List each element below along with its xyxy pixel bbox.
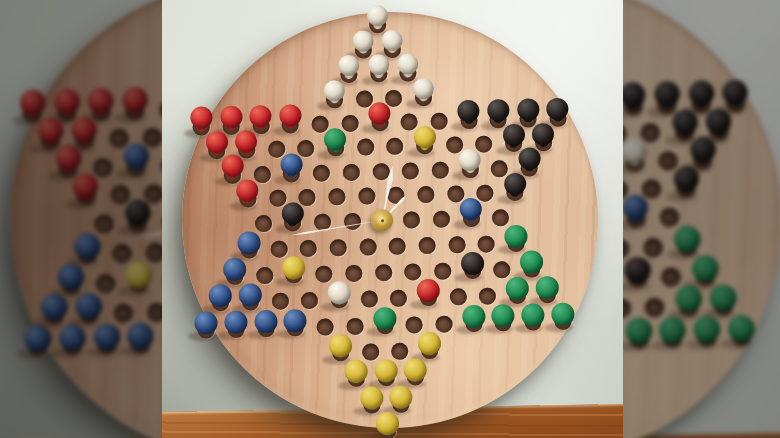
hole bbox=[658, 151, 678, 171]
hole[interactable] bbox=[358, 187, 375, 204]
chinese-checkers-board bbox=[10, 0, 162, 438]
hole[interactable] bbox=[430, 112, 447, 129]
peg-shadow bbox=[497, 194, 524, 204]
hole[interactable] bbox=[492, 209, 509, 226]
hole[interactable] bbox=[435, 315, 452, 332]
peg-ball bbox=[502, 123, 525, 146]
hole[interactable] bbox=[406, 316, 423, 333]
hole bbox=[144, 184, 162, 204]
hole[interactable] bbox=[313, 164, 330, 181]
peg-ball bbox=[254, 309, 278, 333]
peg-ball bbox=[625, 317, 652, 344]
peg-ball bbox=[323, 80, 345, 102]
hole[interactable] bbox=[493, 261, 510, 278]
peg-shadow bbox=[361, 76, 387, 86]
hole[interactable] bbox=[297, 140, 314, 157]
hole[interactable] bbox=[389, 237, 406, 254]
peg-shadow bbox=[317, 101, 343, 111]
peg-ball bbox=[551, 302, 575, 326]
hole bbox=[109, 129, 129, 149]
hole[interactable] bbox=[447, 185, 464, 202]
hole bbox=[147, 303, 162, 323]
hole[interactable] bbox=[491, 160, 508, 177]
hole[interactable] bbox=[475, 136, 492, 153]
peg-ball bbox=[352, 30, 374, 52]
hole[interactable] bbox=[372, 163, 389, 180]
peg-ball bbox=[462, 304, 486, 328]
hole[interactable] bbox=[477, 185, 494, 202]
peg-shadow bbox=[274, 175, 301, 185]
hole[interactable] bbox=[403, 211, 420, 228]
hole[interactable] bbox=[402, 162, 419, 179]
peg-ball bbox=[360, 386, 384, 410]
blurred-scene-copy bbox=[0, 0, 162, 438]
hole[interactable] bbox=[385, 89, 402, 106]
hole[interactable] bbox=[449, 289, 466, 306]
hole[interactable] bbox=[316, 318, 333, 335]
peg-ball bbox=[74, 233, 101, 260]
hole[interactable] bbox=[478, 235, 495, 252]
hole[interactable] bbox=[346, 317, 363, 334]
hole bbox=[92, 158, 112, 178]
peg-shadow bbox=[116, 169, 147, 180]
peg-ball bbox=[282, 256, 306, 280]
hole[interactable] bbox=[391, 343, 408, 360]
hole[interactable] bbox=[269, 190, 286, 207]
hole[interactable] bbox=[312, 115, 329, 132]
photo-scene bbox=[162, 0, 623, 438]
blurred-scene-slot-left bbox=[0, 0, 162, 438]
hole[interactable] bbox=[315, 266, 332, 283]
hole[interactable] bbox=[300, 240, 317, 257]
hole[interactable] bbox=[357, 139, 374, 156]
hole bbox=[146, 243, 162, 263]
peg-shadow bbox=[666, 191, 697, 202]
peg-hole-grid bbox=[5, 0, 162, 438]
peg-ball bbox=[460, 252, 484, 276]
hole[interactable] bbox=[401, 113, 418, 130]
peg-ball bbox=[221, 155, 244, 178]
hole[interactable] bbox=[446, 136, 463, 153]
peg-shadow bbox=[452, 171, 479, 181]
peg-shadow bbox=[362, 124, 389, 134]
peg-ball bbox=[623, 257, 650, 284]
peg-ball bbox=[367, 54, 389, 76]
hole[interactable] bbox=[271, 293, 288, 310]
peg-shadow bbox=[117, 225, 148, 236]
hole bbox=[661, 267, 681, 287]
hole[interactable] bbox=[256, 267, 273, 284]
peg-ball bbox=[413, 126, 436, 149]
hole bbox=[641, 123, 661, 143]
hole[interactable] bbox=[270, 240, 287, 257]
peg-ball bbox=[727, 315, 754, 342]
peg-shadow bbox=[453, 220, 480, 230]
peg-shadow bbox=[65, 198, 96, 209]
peg-shadow bbox=[275, 224, 302, 234]
hole[interactable] bbox=[255, 214, 272, 231]
peg-ball bbox=[375, 412, 399, 436]
hole bbox=[110, 185, 130, 205]
hole[interactable] bbox=[298, 189, 315, 206]
hole bbox=[645, 298, 665, 318]
hole[interactable] bbox=[479, 288, 496, 305]
hole[interactable] bbox=[341, 115, 358, 132]
peg-ball bbox=[224, 310, 248, 334]
hole[interactable] bbox=[433, 210, 450, 227]
peg-ball bbox=[126, 262, 153, 289]
peg-ball bbox=[673, 165, 699, 191]
peg-ball bbox=[59, 324, 86, 351]
chinese-checkers-board bbox=[182, 12, 598, 428]
peg-shadow bbox=[406, 99, 432, 109]
peg-ball bbox=[205, 131, 228, 154]
hole[interactable] bbox=[301, 292, 318, 309]
hole[interactable] bbox=[360, 291, 377, 308]
hole bbox=[143, 128, 162, 148]
hole bbox=[642, 179, 662, 199]
hole[interactable] bbox=[404, 263, 421, 280]
peg-ball bbox=[693, 316, 720, 343]
hole[interactable] bbox=[344, 212, 361, 229]
hole[interactable] bbox=[388, 187, 405, 204]
peg-ball bbox=[237, 231, 261, 255]
hole[interactable] bbox=[417, 186, 434, 203]
peg-ball bbox=[413, 77, 435, 99]
peg-shadow bbox=[230, 201, 257, 211]
hole[interactable] bbox=[418, 237, 435, 254]
peg-ball bbox=[518, 148, 541, 171]
hole bbox=[94, 214, 114, 234]
hole bbox=[95, 274, 115, 294]
hole[interactable] bbox=[314, 213, 331, 230]
peg-shadow bbox=[451, 122, 478, 132]
hole[interactable] bbox=[253, 166, 270, 183]
hole bbox=[112, 243, 132, 263]
pillarbox-right-panel bbox=[623, 0, 780, 438]
hole[interactable] bbox=[355, 90, 372, 107]
peg-ball bbox=[37, 117, 63, 143]
photo-stage bbox=[0, 0, 780, 438]
peg-ball bbox=[672, 109, 698, 135]
blurred-scene-slot-right bbox=[623, 0, 780, 438]
hole[interactable] bbox=[390, 290, 407, 307]
chinese-checkers-board bbox=[623, 0, 780, 438]
hole bbox=[644, 238, 664, 258]
peg-ball bbox=[93, 323, 120, 350]
peg-shadow bbox=[115, 113, 146, 124]
hole[interactable] bbox=[345, 265, 362, 282]
peg-shadow bbox=[407, 148, 434, 158]
hole bbox=[660, 207, 680, 227]
blurred-scene-copy bbox=[623, 0, 780, 438]
peg-ball bbox=[521, 303, 545, 327]
peg-shadow bbox=[318, 150, 345, 160]
peg-ball bbox=[504, 172, 527, 195]
hole[interactable] bbox=[328, 188, 345, 205]
hole[interactable] bbox=[329, 239, 346, 256]
clock-cap-spindle bbox=[380, 219, 383, 222]
hole[interactable] bbox=[386, 138, 403, 155]
peg-hole-grid bbox=[177, 7, 603, 433]
hole[interactable] bbox=[434, 263, 451, 280]
hole[interactable] bbox=[431, 161, 448, 178]
hole[interactable] bbox=[268, 141, 285, 158]
pillarbox-left-panel bbox=[0, 0, 162, 438]
hole[interactable] bbox=[342, 163, 359, 180]
hole[interactable] bbox=[375, 264, 392, 281]
peg-hole-grid bbox=[623, 0, 780, 438]
peg-shadow bbox=[273, 127, 300, 137]
hole[interactable] bbox=[362, 343, 379, 360]
hole[interactable] bbox=[448, 236, 465, 253]
peg-ball bbox=[366, 5, 388, 27]
hole bbox=[623, 299, 631, 319]
hole[interactable] bbox=[359, 238, 376, 255]
peg-ball bbox=[373, 307, 397, 331]
hole bbox=[623, 238, 629, 258]
hole bbox=[113, 304, 133, 324]
